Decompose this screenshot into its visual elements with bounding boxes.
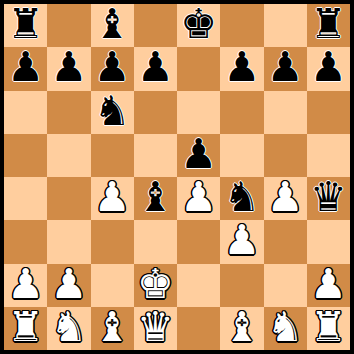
- square-a2[interactable]: ♟: [4, 264, 47, 307]
- white-bishop[interactable]: ♝: [94, 307, 131, 350]
- square-h8[interactable]: ♜: [307, 4, 350, 47]
- square-b3[interactable]: [47, 220, 90, 263]
- white-knight[interactable]: ♞: [50, 307, 87, 350]
- white-pawn[interactable]: ♟: [7, 264, 44, 307]
- square-g1[interactable]: ♞: [264, 307, 307, 350]
- square-c7[interactable]: ♟: [91, 47, 134, 90]
- white-rook[interactable]: ♜: [310, 307, 347, 350]
- square-a7[interactable]: ♟: [4, 47, 47, 90]
- square-b6[interactable]: [47, 91, 90, 134]
- black-pawn[interactable]: ♟: [50, 47, 87, 90]
- black-knight[interactable]: ♞: [94, 91, 131, 134]
- square-e3[interactable]: [177, 220, 220, 263]
- white-king[interactable]: ♚: [137, 264, 174, 307]
- black-pawn[interactable]: ♟: [223, 47, 260, 90]
- square-e5[interactable]: ♟: [177, 134, 220, 177]
- white-queen[interactable]: ♛: [137, 307, 174, 350]
- square-a5[interactable]: [4, 134, 47, 177]
- square-a6[interactable]: [4, 91, 47, 134]
- chess-board-frame: ♜♝♚♜♟♟♟♟♟♟♟♞♟♟♝♟♞♟♛♟♟♟♚♟♜♞♝♛♝♞♜: [0, 0, 354, 354]
- square-d6[interactable]: [134, 91, 177, 134]
- square-g8[interactable]: [264, 4, 307, 47]
- square-b2[interactable]: ♟: [47, 264, 90, 307]
- square-c4[interactable]: ♟: [91, 177, 134, 220]
- white-bishop[interactable]: ♝: [223, 307, 260, 350]
- black-rook[interactable]: ♜: [310, 4, 347, 47]
- square-h1[interactable]: ♜: [307, 307, 350, 350]
- black-pawn[interactable]: ♟: [7, 47, 44, 90]
- square-f7[interactable]: ♟: [220, 47, 263, 90]
- black-rook[interactable]: ♜: [7, 4, 44, 47]
- square-b7[interactable]: ♟: [47, 47, 90, 90]
- square-a1[interactable]: ♜: [4, 307, 47, 350]
- square-c6[interactable]: ♞: [91, 91, 134, 134]
- square-e8[interactable]: ♚: [177, 4, 220, 47]
- square-h2[interactable]: ♟: [307, 264, 350, 307]
- black-pawn[interactable]: ♟: [137, 47, 174, 90]
- square-e4[interactable]: ♟: [177, 177, 220, 220]
- chess-board: ♜♝♚♜♟♟♟♟♟♟♟♞♟♟♝♟♞♟♛♟♟♟♚♟♜♞♝♛♝♞♜: [4, 4, 350, 350]
- square-e6[interactable]: [177, 91, 220, 134]
- square-d8[interactable]: [134, 4, 177, 47]
- square-h6[interactable]: [307, 91, 350, 134]
- square-b4[interactable]: [47, 177, 90, 220]
- square-b5[interactable]: [47, 134, 90, 177]
- black-pawn[interactable]: ♟: [267, 47, 304, 90]
- square-e7[interactable]: [177, 47, 220, 90]
- black-pawn[interactable]: ♟: [310, 47, 347, 90]
- square-d5[interactable]: [134, 134, 177, 177]
- square-g7[interactable]: ♟: [264, 47, 307, 90]
- white-rook[interactable]: ♜: [7, 307, 44, 350]
- square-h3[interactable]: [307, 220, 350, 263]
- square-g2[interactable]: [264, 264, 307, 307]
- square-b1[interactable]: ♞: [47, 307, 90, 350]
- white-knight[interactable]: ♞: [267, 307, 304, 350]
- square-h7[interactable]: ♟: [307, 47, 350, 90]
- white-pawn[interactable]: ♟: [50, 264, 87, 307]
- white-pawn[interactable]: ♟: [310, 264, 347, 307]
- square-a8[interactable]: ♜: [4, 4, 47, 47]
- white-pawn[interactable]: ♟: [267, 177, 304, 220]
- white-pawn[interactable]: ♟: [223, 220, 260, 263]
- black-queen[interactable]: ♛: [310, 177, 347, 220]
- square-e2[interactable]: [177, 264, 220, 307]
- square-a3[interactable]: [4, 220, 47, 263]
- square-d2[interactable]: ♚: [134, 264, 177, 307]
- square-c5[interactable]: [91, 134, 134, 177]
- square-e1[interactable]: [177, 307, 220, 350]
- square-g6[interactable]: [264, 91, 307, 134]
- square-f6[interactable]: [220, 91, 263, 134]
- square-c3[interactable]: [91, 220, 134, 263]
- square-d7[interactable]: ♟: [134, 47, 177, 90]
- square-c2[interactable]: [91, 264, 134, 307]
- square-f3[interactable]: ♟: [220, 220, 263, 263]
- white-pawn[interactable]: ♟: [94, 177, 131, 220]
- square-g3[interactable]: [264, 220, 307, 263]
- square-f1[interactable]: ♝: [220, 307, 263, 350]
- square-g4[interactable]: ♟: [264, 177, 307, 220]
- black-king[interactable]: ♚: [180, 4, 217, 47]
- square-f2[interactable]: [220, 264, 263, 307]
- square-f8[interactable]: [220, 4, 263, 47]
- black-pawn[interactable]: ♟: [180, 134, 217, 177]
- square-f5[interactable]: [220, 134, 263, 177]
- square-d1[interactable]: ♛: [134, 307, 177, 350]
- square-d4[interactable]: ♝: [134, 177, 177, 220]
- black-bishop[interactable]: ♝: [94, 4, 131, 47]
- white-pawn[interactable]: ♟: [180, 177, 217, 220]
- black-pawn[interactable]: ♟: [94, 47, 131, 90]
- square-h5[interactable]: [307, 134, 350, 177]
- square-c1[interactable]: ♝: [91, 307, 134, 350]
- square-f4[interactable]: ♞: [220, 177, 263, 220]
- square-b8[interactable]: [47, 4, 90, 47]
- black-knight[interactable]: ♞: [223, 177, 260, 220]
- square-c8[interactable]: ♝: [91, 4, 134, 47]
- black-bishop[interactable]: ♝: [137, 177, 174, 220]
- square-a4[interactable]: [4, 177, 47, 220]
- square-h4[interactable]: ♛: [307, 177, 350, 220]
- square-d3[interactable]: [134, 220, 177, 263]
- square-g5[interactable]: [264, 134, 307, 177]
